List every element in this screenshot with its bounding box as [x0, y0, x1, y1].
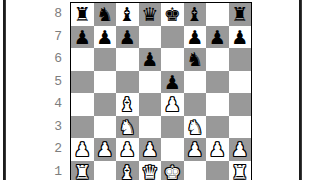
- square-f3[interactable]: ♞: [184, 116, 207, 139]
- square-d7[interactable]: [139, 26, 162, 49]
- black-pawn-piece: ♟: [186, 26, 203, 49]
- square-f8[interactable]: ♝: [184, 3, 207, 26]
- square-b3[interactable]: [94, 116, 117, 139]
- black-pawn-piece: ♟: [119, 26, 136, 49]
- white-queen-piece: ♛: [141, 161, 158, 181]
- square-h1[interactable]: ♜: [229, 161, 252, 181]
- square-b4[interactable]: [94, 93, 117, 116]
- chess-diagram-page: 8 7 6 5 4 3 2 1 ♜♞♝♛♚♝♜♟♟♟♟♟♟♟♞♟♝♟♞♞♟♟♟♟…: [0, 0, 320, 180]
- square-e8[interactable]: ♚: [161, 3, 184, 26]
- square-b7[interactable]: ♟: [94, 26, 117, 49]
- white-rook-piece: ♜: [74, 161, 91, 181]
- rank-label-7: 7: [40, 26, 62, 49]
- square-g4[interactable]: [206, 93, 229, 116]
- square-f2[interactable]: ♟: [184, 138, 207, 161]
- white-knight-piece: ♞: [119, 116, 136, 139]
- square-a5[interactable]: [71, 71, 94, 94]
- square-b6[interactable]: [94, 48, 117, 71]
- square-c5[interactable]: [116, 71, 139, 94]
- white-pawn-piece: ♟: [74, 138, 91, 161]
- square-b8[interactable]: ♞: [94, 3, 117, 26]
- white-pawn-piece: ♟: [96, 138, 113, 161]
- square-e4[interactable]: ♟: [161, 93, 184, 116]
- square-d5[interactable]: [139, 71, 162, 94]
- square-a7[interactable]: ♟: [71, 26, 94, 49]
- black-pawn-piece: ♟: [231, 26, 248, 49]
- white-knight-piece: ♞: [186, 116, 203, 139]
- rank-label-6: 6: [40, 48, 62, 71]
- square-h7[interactable]: ♟: [229, 26, 252, 49]
- square-g5[interactable]: [206, 71, 229, 94]
- rank-label-5: 5: [40, 71, 62, 94]
- square-c8[interactable]: ♝: [116, 3, 139, 26]
- white-rook-piece: ♜: [231, 161, 248, 181]
- black-pawn-piece: ♟: [209, 26, 226, 49]
- square-f6[interactable]: ♞: [184, 48, 207, 71]
- square-c3[interactable]: ♞: [116, 116, 139, 139]
- square-c6[interactable]: [116, 48, 139, 71]
- square-h6[interactable]: [229, 48, 252, 71]
- black-pawn-piece: ♟: [141, 48, 158, 71]
- square-e7[interactable]: [161, 26, 184, 49]
- white-pawn-piece: ♟: [209, 138, 226, 161]
- black-bishop-piece: ♝: [186, 3, 203, 26]
- square-e5[interactable]: ♟: [161, 71, 184, 94]
- square-a2[interactable]: ♟: [71, 138, 94, 161]
- square-e2[interactable]: [161, 138, 184, 161]
- white-bishop-piece: ♝: [119, 93, 136, 116]
- white-pawn-piece: ♟: [186, 138, 203, 161]
- square-d2[interactable]: ♟: [139, 138, 162, 161]
- square-e6[interactable]: [161, 48, 184, 71]
- square-d4[interactable]: [139, 93, 162, 116]
- rank-label-1: 1: [40, 161, 62, 181]
- black-king-piece: ♚: [164, 3, 181, 26]
- square-a3[interactable]: [71, 116, 94, 139]
- black-pawn-piece: ♟: [74, 26, 91, 49]
- square-a4[interactable]: [71, 93, 94, 116]
- rank-label-8: 8: [40, 3, 62, 26]
- white-king-piece: ♚: [164, 161, 181, 181]
- square-h2[interactable]: ♟: [229, 138, 252, 161]
- square-f4[interactable]: [184, 93, 207, 116]
- square-d6[interactable]: ♟: [139, 48, 162, 71]
- rank-label-3: 3: [40, 116, 62, 139]
- rank-label-4: 4: [40, 93, 62, 116]
- square-f1[interactable]: [184, 161, 207, 181]
- black-knight-piece: ♞: [96, 3, 113, 26]
- square-d3[interactable]: [139, 116, 162, 139]
- black-rook-piece: ♜: [74, 3, 91, 26]
- square-b2[interactable]: ♟: [94, 138, 117, 161]
- square-e3[interactable]: [161, 116, 184, 139]
- right-frame-line: [299, 0, 302, 180]
- white-pawn-piece: ♟: [164, 93, 181, 116]
- white-pawn-piece: ♟: [141, 138, 158, 161]
- black-pawn-piece: ♟: [96, 26, 113, 49]
- black-bishop-piece: ♝: [119, 3, 136, 26]
- black-rook-piece: ♜: [231, 3, 248, 26]
- square-g3[interactable]: [206, 116, 229, 139]
- square-c1[interactable]: ♝: [116, 161, 139, 181]
- square-h3[interactable]: [229, 116, 252, 139]
- square-f7[interactable]: ♟: [184, 26, 207, 49]
- square-b1[interactable]: [94, 161, 117, 181]
- square-h5[interactable]: [229, 71, 252, 94]
- left-frame-line: [3, 0, 6, 180]
- square-e1[interactable]: ♚: [161, 161, 184, 181]
- rank-labels: 8 7 6 5 4 3 2 1: [40, 3, 62, 180]
- square-g8[interactable]: [206, 3, 229, 26]
- white-pawn-piece: ♟: [231, 138, 248, 161]
- black-pawn-piece: ♟: [164, 71, 181, 94]
- square-g2[interactable]: ♟: [206, 138, 229, 161]
- square-h8[interactable]: ♜: [229, 3, 252, 26]
- chess-board: ♜♞♝♛♚♝♜♟♟♟♟♟♟♟♞♟♝♟♞♞♟♟♟♟♟♟♟♜♝♛♚♜: [70, 2, 252, 180]
- white-bishop-piece: ♝: [119, 161, 136, 181]
- rank-label-2: 2: [40, 138, 62, 161]
- square-h4[interactable]: [229, 93, 252, 116]
- white-pawn-piece: ♟: [119, 138, 136, 161]
- black-queen-piece: ♛: [141, 3, 158, 26]
- square-a8[interactable]: ♜: [71, 3, 94, 26]
- square-f5[interactable]: [184, 71, 207, 94]
- square-a1[interactable]: ♜: [71, 161, 94, 181]
- black-knight-piece: ♞: [186, 48, 203, 71]
- square-c7[interactable]: ♟: [116, 26, 139, 49]
- square-g1[interactable]: [206, 161, 229, 181]
- square-a6[interactable]: [71, 48, 94, 71]
- square-d1[interactable]: ♛: [139, 161, 162, 181]
- square-c2[interactable]: ♟: [116, 138, 139, 161]
- square-c4[interactable]: ♝: [116, 93, 139, 116]
- square-b5[interactable]: [94, 71, 117, 94]
- square-g7[interactable]: ♟: [206, 26, 229, 49]
- square-g6[interactable]: [206, 48, 229, 71]
- square-d8[interactable]: ♛: [139, 3, 162, 26]
